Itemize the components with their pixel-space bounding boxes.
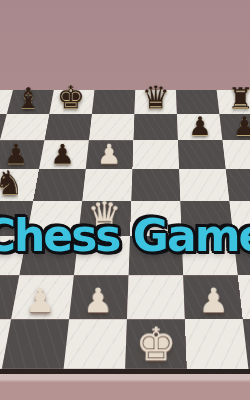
black-pawn[interactable]: ♟ <box>222 114 250 140</box>
square-e5[interactable] <box>131 169 180 201</box>
white-pawn[interactable]: ♟ <box>69 284 127 318</box>
white-pawn[interactable]: ♟ <box>86 141 133 168</box>
square-c8[interactable]: ♚ <box>49 90 94 114</box>
square-b7[interactable] <box>0 114 49 140</box>
square-g7[interactable]: ♟ <box>219 114 250 140</box>
square-d7[interactable] <box>89 114 134 140</box>
square-f1[interactable] <box>185 319 249 369</box>
square-e7[interactable] <box>133 114 177 140</box>
square-g5[interactable] <box>226 169 250 201</box>
app-title: Chess Game <box>0 214 250 258</box>
square-c7[interactable] <box>45 114 92 140</box>
white-king[interactable]: ♚ <box>125 322 186 368</box>
white-pawn[interactable]: ♟ <box>185 284 243 318</box>
square-e6[interactable] <box>132 140 179 169</box>
square-f5[interactable] <box>179 169 229 201</box>
black-bishop[interactable]: ♝ <box>7 84 49 113</box>
app-screen: ♜♝♚♛♜♟♟♟♟♟♟♞♟♛♟♟♟♟♞♚ Chess Game <box>0 0 250 400</box>
square-d1[interactable] <box>64 319 127 369</box>
white-pawn[interactable]: ♟ <box>0 284 11 318</box>
black-pawn[interactable]: ♟ <box>178 114 222 140</box>
black-king[interactable]: ♚ <box>50 82 92 113</box>
square-c2[interactable]: ♟ <box>11 275 74 319</box>
square-f7[interactable]: ♟ <box>177 114 223 140</box>
square-e1[interactable]: ♚ <box>125 319 187 369</box>
black-rook[interactable]: ♜ <box>0 84 7 113</box>
square-g6[interactable] <box>222 140 250 169</box>
square-d8[interactable] <box>92 90 135 114</box>
square-c1[interactable] <box>2 319 69 369</box>
square-g8[interactable]: ♜ <box>217 90 250 114</box>
square-e8[interactable]: ♛ <box>134 90 177 114</box>
white-pawn[interactable]: ♟ <box>11 284 69 318</box>
square-e2[interactable] <box>127 275 185 319</box>
square-f8[interactable] <box>176 90 219 114</box>
white-knight[interactable]: ♞ <box>0 326 2 368</box>
square-f6[interactable] <box>178 140 226 169</box>
black-queen[interactable]: ♛ <box>134 82 176 113</box>
black-pawn[interactable]: ♟ <box>39 141 86 168</box>
square-c6[interactable]: ♟ <box>39 140 89 169</box>
black-rook[interactable]: ♜ <box>219 84 250 113</box>
table-surface: ♜♝♚♛♜♟♟♟♟♟♟♞♟♛♟♟♟♟♞♚ <box>0 0 250 378</box>
square-d6[interactable]: ♟ <box>86 140 134 169</box>
square-f2[interactable]: ♟ <box>183 275 243 319</box>
square-b8[interactable]: ♝ <box>7 90 54 114</box>
square-b5[interactable]: ♞ <box>0 169 39 201</box>
square-d2[interactable]: ♟ <box>69 275 128 319</box>
black-knight[interactable]: ♞ <box>0 167 33 200</box>
